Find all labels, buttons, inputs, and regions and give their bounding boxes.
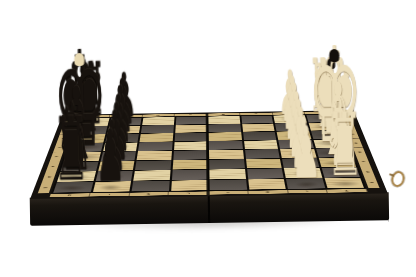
black-finial-detail xyxy=(329,49,340,62)
chess-set-photo: 8765432187654321ABCDEFGHABCDEFGH ♜♞♝♛♚♝♞… xyxy=(0,0,416,277)
black-pawn-icon: ♟ xyxy=(95,120,126,192)
cream-finial-detail xyxy=(74,53,85,66)
pieces-layer: ♜♞♝♛♚♝♞♜♟♟♟♟♟♟♟♟♟♟♟♟♟♟♟♟♜♞♝♛♚♝♞♜ xyxy=(0,0,416,277)
black-rook-icon: ♜ xyxy=(52,106,89,194)
photo-tilt-wrapper: 8765432187654321ABCDEFGHABCDEFGH ♜♞♝♛♚♝♞… xyxy=(0,0,416,277)
white-pawn-icon: ♟ xyxy=(291,117,322,189)
white-rook-icon: ♜ xyxy=(327,102,364,190)
